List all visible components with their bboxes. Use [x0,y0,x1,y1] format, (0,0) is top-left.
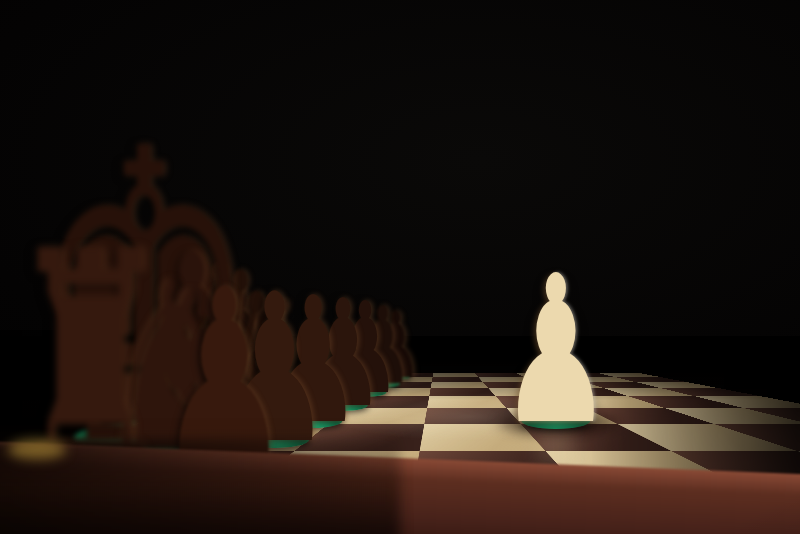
photo-frame: ♜♞♝♚♛♝♞♜♟♟♟♟♟♟♟♟ [0,0,800,534]
vignette-overlay [0,0,800,534]
chessboard-scene: ♜♞♝♚♛♝♞♜♟♟♟♟♟♟♟♟ [0,0,800,534]
